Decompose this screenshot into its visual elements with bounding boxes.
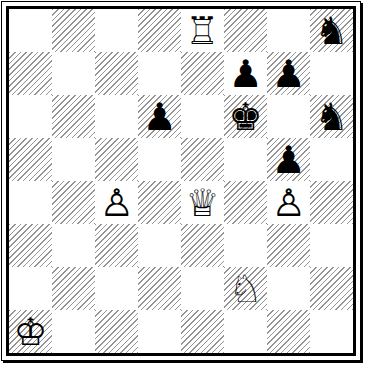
square-h5[interactable]: [310, 138, 353, 181]
square-g5[interactable]: ♟: [267, 138, 310, 181]
square-b6[interactable]: [52, 95, 95, 138]
square-f1[interactable]: [224, 310, 267, 353]
square-e2[interactable]: [181, 267, 224, 310]
square-d7[interactable]: [138, 52, 181, 95]
square-g6[interactable]: [267, 95, 310, 138]
square-h8[interactable]: ♞: [310, 9, 353, 52]
chess-board: ♖♞♟♟♟♚♞♟♙♕♙♘♔: [9, 9, 353, 353]
piece-white-pawn[interactable]: ♙: [267, 181, 310, 224]
piece-black-pawn[interactable]: ♟: [224, 52, 267, 95]
square-a1[interactable]: ♔: [9, 310, 52, 353]
square-g1[interactable]: [267, 310, 310, 353]
square-d4[interactable]: [138, 181, 181, 224]
square-c3[interactable]: [95, 224, 138, 267]
square-a2[interactable]: [9, 267, 52, 310]
square-g7[interactable]: ♟: [267, 52, 310, 95]
square-e6[interactable]: [181, 95, 224, 138]
square-c7[interactable]: [95, 52, 138, 95]
board-frame-inner: ♖♞♟♟♟♚♞♟♙♕♙♘♔: [6, 6, 356, 356]
square-g3[interactable]: [267, 224, 310, 267]
square-f8[interactable]: [224, 9, 267, 52]
piece-white-king[interactable]: ♔: [9, 310, 52, 353]
square-c5[interactable]: [95, 138, 138, 181]
piece-white-queen[interactable]: ♕: [181, 181, 224, 224]
piece-black-knight[interactable]: ♞: [310, 9, 353, 52]
square-e4[interactable]: ♕: [181, 181, 224, 224]
square-f5[interactable]: [224, 138, 267, 181]
square-a3[interactable]: [9, 224, 52, 267]
square-h1[interactable]: [310, 310, 353, 353]
square-b1[interactable]: [52, 310, 95, 353]
square-e8[interactable]: ♖: [181, 9, 224, 52]
square-b5[interactable]: [52, 138, 95, 181]
piece-white-rook[interactable]: ♖: [181, 9, 224, 52]
piece-black-knight[interactable]: ♞: [310, 95, 353, 138]
square-b3[interactable]: [52, 224, 95, 267]
square-b7[interactable]: [52, 52, 95, 95]
square-f7[interactable]: ♟: [224, 52, 267, 95]
square-d8[interactable]: [138, 9, 181, 52]
square-b8[interactable]: [52, 9, 95, 52]
square-d1[interactable]: [138, 310, 181, 353]
square-h7[interactable]: [310, 52, 353, 95]
square-e3[interactable]: [181, 224, 224, 267]
square-e1[interactable]: [181, 310, 224, 353]
square-g2[interactable]: [267, 267, 310, 310]
square-g4[interactable]: ♙: [267, 181, 310, 224]
square-g8[interactable]: [267, 9, 310, 52]
square-a6[interactable]: [9, 95, 52, 138]
square-a4[interactable]: [9, 181, 52, 224]
piece-white-pawn[interactable]: ♙: [95, 181, 138, 224]
square-b2[interactable]: [52, 267, 95, 310]
square-e5[interactable]: [181, 138, 224, 181]
square-h3[interactable]: [310, 224, 353, 267]
piece-black-pawn[interactable]: ♟: [267, 52, 310, 95]
square-c8[interactable]: [95, 9, 138, 52]
square-b4[interactable]: [52, 181, 95, 224]
square-c2[interactable]: [95, 267, 138, 310]
square-d5[interactable]: [138, 138, 181, 181]
piece-black-king[interactable]: ♚: [224, 95, 267, 138]
square-d2[interactable]: [138, 267, 181, 310]
square-f2[interactable]: ♘: [224, 267, 267, 310]
square-f4[interactable]: [224, 181, 267, 224]
piece-white-knight[interactable]: ♘: [224, 267, 267, 310]
piece-black-pawn[interactable]: ♟: [267, 138, 310, 181]
square-h4[interactable]: [310, 181, 353, 224]
square-e7[interactable]: [181, 52, 224, 95]
square-a5[interactable]: [9, 138, 52, 181]
square-d6[interactable]: ♟: [138, 95, 181, 138]
square-h2[interactable]: [310, 267, 353, 310]
piece-black-pawn[interactable]: ♟: [138, 95, 181, 138]
square-c1[interactable]: [95, 310, 138, 353]
square-h6[interactable]: ♞: [310, 95, 353, 138]
square-f3[interactable]: [224, 224, 267, 267]
square-f6[interactable]: ♚: [224, 95, 267, 138]
square-c4[interactable]: ♙: [95, 181, 138, 224]
square-a7[interactable]: [9, 52, 52, 95]
square-d3[interactable]: [138, 224, 181, 267]
board-frame-outer: ♖♞♟♟♟♚♞♟♙♕♙♘♔: [1, 1, 361, 361]
square-a8[interactable]: [9, 9, 52, 52]
page: ♖♞♟♟♟♚♞♟♙♕♙♘♔: [0, 0, 367, 366]
square-c6[interactable]: [95, 95, 138, 138]
